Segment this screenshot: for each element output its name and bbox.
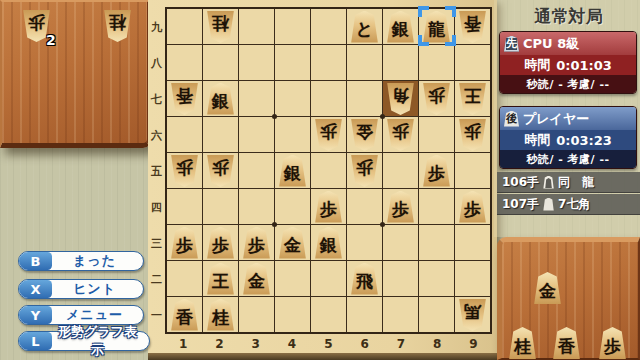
board-square-9一[interactable]: 馬 (455, 297, 490, 332)
cpu-piece-桂[interactable]: 桂 (206, 11, 235, 43)
board-square-6二[interactable]: 飛 (347, 261, 382, 296)
board-square-9二[interactable] (455, 261, 490, 296)
cpu-piece-香[interactable]: 香 (458, 11, 487, 43)
star-point (272, 222, 277, 227)
cpu-hand-tray: 歩2桂 (0, 0, 152, 148)
board-square-1九[interactable] (167, 9, 202, 44)
board-square-8九[interactable]: 龍 (419, 9, 454, 44)
board-square-4三[interactable]: 金 (275, 225, 310, 260)
board-square-9八[interactable] (455, 45, 490, 80)
cpu-clock-panel: 先 CPU 8級 時間 0:01:03 秒読/ - 考慮/ -- (499, 31, 637, 94)
board-square-8四[interactable] (419, 189, 454, 224)
player-piece-と[interactable]: と (350, 11, 379, 43)
menu-button[interactable]: Y メニュー (18, 305, 144, 325)
board-square-5三[interactable]: 銀 (311, 225, 346, 260)
player-hand-tray: 金桂香歩 (497, 237, 640, 360)
cpu-piece-馬[interactable]: 馬 (458, 299, 487, 331)
board-square-1五[interactable]: 歩 (167, 153, 202, 188)
board-square-3六[interactable] (239, 117, 274, 152)
board-square-6四[interactable] (347, 189, 382, 224)
board-square-7五[interactable] (383, 153, 418, 188)
board-square-7九[interactable]: 銀 (383, 9, 418, 44)
cpu-piece-角[interactable]: 角 (386, 83, 415, 115)
file-label: 3 (238, 334, 274, 353)
mode-title: 通常対局 (497, 5, 640, 28)
board-square-5六[interactable]: 歩 (311, 117, 346, 152)
player-time-label: 時間 (524, 131, 550, 149)
board-square-2三[interactable]: 歩 (203, 225, 238, 260)
cpu-piece-歩[interactable]: 歩 (422, 83, 451, 115)
move-text: 同 龍 (558, 174, 594, 191)
player-piece-銀[interactable]: 銀 (386, 11, 415, 43)
board-square-2九[interactable]: 桂 (203, 9, 238, 44)
gote-piece-icon (543, 176, 554, 189)
board-square-3八[interactable] (239, 45, 274, 80)
player-piece-金[interactable]: 金 (278, 227, 307, 259)
move-number: 107手 (502, 196, 539, 213)
board-square-8二[interactable] (419, 261, 454, 296)
rank-label: 八 (148, 45, 165, 81)
board-square-3四[interactable] (239, 189, 274, 224)
board-square-2五[interactable]: 歩 (203, 153, 238, 188)
player-piece-王[interactable]: 王 (206, 263, 235, 295)
board-square-7七[interactable]: 角 (383, 81, 418, 116)
cpu-byoyomi-text: 秒読/ - 考慮/ -- (500, 75, 636, 93)
move-row: 107手 7七角 (497, 194, 640, 215)
button-key-b: B (19, 252, 52, 270)
board-square-6六[interactable]: 金 (347, 117, 382, 152)
cpu-piece-王[interactable]: 王 (458, 83, 487, 115)
file-label: 4 (274, 334, 310, 353)
rank-label: 一 (148, 297, 165, 333)
board-square-4六[interactable] (275, 117, 310, 152)
board-square-6一[interactable] (347, 297, 382, 332)
board-square-3二[interactable]: 金 (239, 261, 274, 296)
board-square-3五[interactable] (239, 153, 274, 188)
file-label: 9 (455, 334, 491, 353)
board-square-5八[interactable] (311, 45, 346, 80)
rank-label: 七 (148, 81, 165, 117)
player-piece-桂[interactable]: 桂 (206, 299, 235, 331)
file-label: 7 (383, 334, 419, 353)
player-piece-飛[interactable]: 飛 (350, 263, 379, 295)
graph-button[interactable]: L 形勢グラフ表示 (18, 331, 150, 351)
rank-label: 九 (148, 9, 165, 45)
file-label: 5 (310, 334, 346, 353)
hand-piece-香[interactable]: 香 (552, 327, 581, 359)
board-square-6五[interactable]: 歩 (347, 153, 382, 188)
player-piece-銀[interactable]: 銀 (278, 155, 307, 187)
shogi-game-screen: { "game": "shogi", "mode_title": "通常対局",… (0, 0, 640, 360)
board-square-2六[interactable] (203, 117, 238, 152)
sente-piece-icon (543, 198, 554, 211)
board-square-7六[interactable]: 歩 (383, 117, 418, 152)
cpu-piece-金[interactable]: 金 (350, 119, 379, 151)
rank-label: 四 (148, 189, 165, 225)
player-piece-香[interactable]: 香 (170, 299, 199, 331)
board-square-1六[interactable] (167, 117, 202, 152)
button-key-y: Y (19, 306, 52, 324)
board-square-4四[interactable] (275, 189, 310, 224)
hint-button[interactable]: X ヒント (18, 279, 144, 299)
board-square-9三[interactable] (455, 225, 490, 260)
cpu-time-row: 時間 0:01:03 (500, 55, 636, 75)
player-piece-歩[interactable]: 歩 (206, 227, 235, 259)
board-square-6九[interactable]: と (347, 9, 382, 44)
player-piece-歩[interactable]: 歩 (386, 191, 415, 223)
hand-piece-桂[interactable]: 桂 (508, 327, 537, 359)
board-edge (148, 353, 497, 360)
board-square-7八[interactable] (383, 45, 418, 80)
board-square-6八[interactable] (347, 45, 382, 80)
board-square-4九[interactable] (275, 9, 310, 44)
star-point (380, 222, 385, 227)
file-label: 2 (201, 334, 237, 353)
move-row: 106手 同 龍 (497, 172, 640, 193)
sente-badge-icon: 先 (504, 36, 519, 52)
board-square-4五[interactable]: 銀 (275, 153, 310, 188)
board-square-5七[interactable] (311, 81, 346, 116)
hand-piece-歩[interactable]: 歩 (598, 327, 627, 359)
board-square-1三[interactable]: 歩 (167, 225, 202, 260)
board-square-5一[interactable] (311, 297, 346, 332)
cpu-piece-歩[interactable]: 歩 (350, 155, 379, 187)
board-square-3九[interactable] (239, 9, 274, 44)
rank-labels: 九八七六五四三二一 (148, 9, 165, 333)
graph-label: 形勢グラフ表示 (52, 323, 149, 359)
cpu-time-label: 時間 (524, 56, 550, 74)
star-point (380, 114, 385, 119)
file-label: 8 (419, 334, 455, 353)
board-square-6七[interactable] (347, 81, 382, 116)
matta-button[interactable]: B まった (18, 251, 144, 271)
move-number: 106手 (502, 174, 539, 191)
board-square-6三[interactable] (347, 225, 382, 260)
player-piece-金[interactable]: 金 (242, 263, 271, 295)
board-square-7四[interactable]: 歩 (383, 189, 418, 224)
cpu-piece-香[interactable]: 香 (170, 83, 199, 115)
cpu-piece-歩[interactable]: 歩 (170, 155, 199, 187)
player-clock-panel: 後 プレイヤー 時間 0:03:23 秒読/ - 考慮/ -- (499, 106, 637, 169)
board-square-8五[interactable]: 歩 (419, 153, 454, 188)
board-square-2一[interactable]: 桂 (203, 297, 238, 332)
board-square-5四[interactable]: 歩 (311, 189, 346, 224)
board-square-3七[interactable] (239, 81, 274, 116)
board-square-8七[interactable]: 歩 (419, 81, 454, 116)
board-square-5九[interactable] (311, 9, 346, 44)
hand-piece-count: 2 (46, 32, 56, 48)
player-byoyomi-text: 秒読/ - 考慮/ -- (500, 150, 636, 168)
rank-label: 三 (148, 225, 165, 261)
cpu-header: 先 CPU 8級 (500, 32, 636, 55)
board-square-8八[interactable] (419, 45, 454, 80)
player-time-row: 時間 0:03:23 (500, 130, 636, 150)
board-square-9九[interactable]: 香 (455, 9, 490, 44)
cpu-piece-歩[interactable]: 歩 (206, 155, 235, 187)
board-square-1八[interactable] (167, 45, 202, 80)
board-square-7一[interactable] (383, 297, 418, 332)
board-square-2八[interactable] (203, 45, 238, 80)
star-point (272, 114, 277, 119)
file-labels: 123456789 (165, 334, 492, 353)
menu-label: メニュー (52, 306, 143, 324)
player-piece-銀[interactable]: 銀 (206, 83, 235, 115)
board-square-1一[interactable]: 香 (167, 297, 202, 332)
board-square-9六[interactable]: 歩 (455, 117, 490, 152)
board-square-2四[interactable] (203, 189, 238, 224)
player-piece-歩[interactable]: 歩 (242, 227, 271, 259)
board-square-8一[interactable] (419, 297, 454, 332)
cpu-time-value: 0:01:03 (556, 58, 612, 73)
player-piece-歩[interactable]: 歩 (170, 227, 199, 259)
board-square-2七[interactable]: 銀 (203, 81, 238, 116)
board-square-1二[interactable] (167, 261, 202, 296)
board-square-9五[interactable] (455, 153, 490, 188)
file-label: 1 (165, 334, 201, 353)
rank-label: 二 (148, 261, 165, 297)
player-time-value: 0:03:23 (556, 133, 612, 148)
player-piece-歩[interactable]: 歩 (422, 155, 451, 187)
board-square-9四[interactable]: 歩 (455, 189, 490, 224)
cpu-piece-歩[interactable]: 歩 (458, 119, 487, 151)
board-square-4一[interactable] (275, 297, 310, 332)
player-piece-龍[interactable]: 龍 (422, 11, 451, 43)
hand-piece-金[interactable]: 金 (533, 272, 562, 304)
board-square-3一[interactable] (239, 297, 274, 332)
board-square-7二[interactable] (383, 261, 418, 296)
cpu-piece-歩[interactable]: 歩 (314, 119, 343, 151)
board-square-4八[interactable] (275, 45, 310, 80)
move-text: 7七角 (558, 196, 590, 213)
board-grid: 桂と銀龍香香銀角歩王歩金歩歩歩歩銀歩歩歩歩歩歩歩歩金銀王金飛香桂馬 (165, 7, 492, 334)
player-piece-銀[interactable]: 銀 (314, 227, 343, 259)
board-square-5五[interactable] (311, 153, 346, 188)
board-square-1七[interactable]: 香 (167, 81, 202, 116)
board-square-8三[interactable] (419, 225, 454, 260)
player-piece-歩[interactable]: 歩 (314, 191, 343, 223)
button-key-l: L (19, 332, 52, 350)
hand-piece-桂[interactable]: 桂 (103, 10, 132, 42)
board-square-4七[interactable] (275, 81, 310, 116)
player-header: 後 プレイヤー (500, 107, 636, 130)
player-name: プレイヤー (523, 110, 589, 128)
hint-label: ヒント (52, 280, 143, 298)
board-square-8六[interactable] (419, 117, 454, 152)
file-label: 6 (346, 334, 382, 353)
board-square-1四[interactable] (167, 189, 202, 224)
board-square-3三[interactable]: 歩 (239, 225, 274, 260)
rank-label: 五 (148, 153, 165, 189)
cpu-name: CPU 8級 (523, 35, 579, 53)
player-piece-歩[interactable]: 歩 (458, 191, 487, 223)
board-square-7三[interactable] (383, 225, 418, 260)
shogi-board: 九八七六五四三二一 桂と銀龍香香銀角歩王歩金歩歩歩歩銀歩歩歩歩歩歩歩歩金銀王金飛… (148, 0, 497, 360)
rank-label: 六 (148, 117, 165, 153)
cpu-piece-歩[interactable]: 歩 (386, 119, 415, 151)
board-square-2二[interactable]: 王 (203, 261, 238, 296)
gote-badge-icon: 後 (504, 111, 519, 127)
board-square-9七[interactable]: 王 (455, 81, 490, 116)
board-square-5二[interactable] (311, 261, 346, 296)
button-key-x: X (19, 280, 52, 298)
matta-label: まった (52, 252, 143, 270)
board-square-4二[interactable] (275, 261, 310, 296)
